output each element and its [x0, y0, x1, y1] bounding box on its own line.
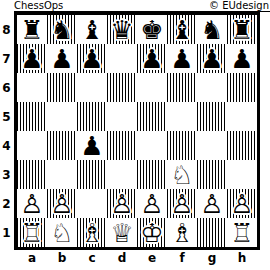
square-c8[interactable]: ♝♝	[77, 15, 107, 44]
piece-glyph: ♟	[167, 44, 197, 73]
square-d8[interactable]: ♛♛	[107, 15, 137, 44]
rank-label-2: 2	[0, 189, 13, 218]
rank-label-4: 4	[0, 131, 13, 160]
square-h5[interactable]	[227, 102, 257, 131]
square-h4[interactable]	[227, 131, 257, 160]
piece-glyph: ♜	[17, 15, 47, 44]
piece-glyph: ♙	[47, 189, 77, 218]
rank-labels: 87654321	[0, 15, 13, 247]
piece-white-pawn: ♟♙	[47, 189, 77, 218]
piece-black-rook: ♜♜	[17, 15, 47, 44]
piece-white-king: ♚♔	[137, 218, 167, 247]
square-f3[interactable]: ♞♘	[167, 160, 197, 189]
square-e6[interactable]	[137, 73, 167, 102]
square-c3[interactable]	[77, 160, 107, 189]
piece-white-knight: ♞♘	[47, 218, 77, 247]
square-d7[interactable]	[107, 44, 137, 73]
file-label-a: a	[17, 250, 47, 267]
square-e7[interactable]: ♟♟	[137, 44, 167, 73]
piece-black-rook: ♜♜	[227, 15, 257, 44]
piece-black-pawn: ♟♟	[227, 44, 257, 73]
square-c5[interactable]	[77, 102, 107, 131]
copyright-credit: © EUdesign	[209, 0, 269, 11]
square-b1[interactable]: ♞♘	[47, 218, 77, 247]
square-h3[interactable]	[227, 160, 257, 189]
square-b8[interactable]: ♞♞	[47, 15, 77, 44]
square-d2[interactable]: ♟♙	[107, 189, 137, 218]
piece-glyph: ♘	[47, 218, 77, 247]
square-f5[interactable]	[167, 102, 197, 131]
piece-glyph: ♙	[197, 189, 227, 218]
piece-glyph: ♟	[137, 44, 167, 73]
file-label-g: g	[197, 250, 227, 267]
piece-glyph: ♟	[47, 44, 77, 73]
piece-white-rook: ♜♖	[227, 218, 257, 247]
square-b7[interactable]: ♟♟	[47, 44, 77, 73]
square-g1[interactable]	[197, 218, 227, 247]
piece-glyph: ♙	[107, 189, 137, 218]
piece-black-pawn: ♟♟	[167, 44, 197, 73]
square-b3[interactable]	[47, 160, 77, 189]
piece-black-pawn: ♟♟	[77, 44, 107, 73]
square-a6[interactable]	[17, 73, 47, 102]
square-c6[interactable]	[77, 73, 107, 102]
square-a4[interactable]	[17, 131, 47, 160]
square-d4[interactable]	[107, 131, 137, 160]
piece-glyph: ♖	[17, 218, 47, 247]
square-f1[interactable]: ♝♗	[167, 218, 197, 247]
chess-board: ♜♜♞♞♝♝♛♛♚♚♝♝♞♞♜♜♟♟♟♟♟♟♟♟♟♟♟♟♟♟♟♟♞♘♟♙♟♙♟♙…	[14, 12, 260, 250]
piece-glyph: ♝	[167, 15, 197, 44]
square-a5[interactable]	[17, 102, 47, 131]
square-d6[interactable]	[107, 73, 137, 102]
piece-glyph: ♟	[227, 44, 257, 73]
piece-black-bishop: ♝♝	[167, 15, 197, 44]
square-f6[interactable]	[167, 73, 197, 102]
piece-white-knight: ♞♘	[167, 160, 197, 189]
square-g2[interactable]: ♟♙	[197, 189, 227, 218]
square-b4[interactable]	[47, 131, 77, 160]
piece-black-pawn: ♟♟	[77, 131, 107, 160]
piece-black-knight: ♞♞	[47, 15, 77, 44]
app-title: ChessOps	[14, 0, 63, 11]
square-h7[interactable]: ♟♟	[227, 44, 257, 73]
file-label-b: b	[47, 250, 77, 267]
piece-black-pawn: ♟♟	[137, 44, 167, 73]
square-h8[interactable]: ♜♜	[227, 15, 257, 44]
rank-label-6: 6	[0, 73, 13, 102]
piece-glyph: ♞	[197, 15, 227, 44]
piece-white-bishop: ♝♗	[77, 218, 107, 247]
square-c7[interactable]: ♟♟	[77, 44, 107, 73]
piece-black-knight: ♞♞	[197, 15, 227, 44]
square-h1[interactable]: ♜♖	[227, 218, 257, 247]
square-g8[interactable]: ♞♞	[197, 15, 227, 44]
piece-black-pawn: ♟♟	[17, 44, 47, 73]
file-labels: abcdefgh	[17, 250, 257, 267]
piece-glyph: ♙	[17, 189, 47, 218]
piece-glyph: ♕	[107, 218, 137, 247]
piece-white-pawn: ♟♙	[107, 189, 137, 218]
rank-label-8: 8	[0, 15, 13, 44]
square-c4[interactable]: ♟♟	[77, 131, 107, 160]
square-a8[interactable]: ♜♜	[17, 15, 47, 44]
file-label-h: h	[227, 250, 257, 267]
piece-black-king: ♚♚	[137, 15, 167, 44]
piece-white-queen: ♛♕	[107, 218, 137, 247]
square-f8[interactable]: ♝♝	[167, 15, 197, 44]
square-h6[interactable]	[227, 73, 257, 102]
square-e2[interactable]: ♟♙	[137, 189, 167, 218]
piece-black-bishop: ♝♝	[77, 15, 107, 44]
square-e1[interactable]: ♚♔	[137, 218, 167, 247]
piece-glyph: ♔	[137, 218, 167, 247]
piece-glyph: ♙	[167, 189, 197, 218]
piece-glyph: ♘	[167, 160, 197, 189]
square-e8[interactable]: ♚♚	[137, 15, 167, 44]
rank-label-1: 1	[0, 218, 13, 247]
square-c1[interactable]: ♝♗	[77, 218, 107, 247]
rank-label-5: 5	[0, 102, 13, 131]
file-label-c: c	[77, 250, 107, 267]
square-g7[interactable]: ♟♟	[197, 44, 227, 73]
piece-white-pawn: ♟♙	[17, 189, 47, 218]
square-e5[interactable]	[137, 102, 167, 131]
square-f4[interactable]	[167, 131, 197, 160]
piece-glyph: ♛	[107, 15, 137, 44]
square-a3[interactable]	[17, 160, 47, 189]
piece-glyph: ♜	[227, 15, 257, 44]
square-g4[interactable]	[197, 131, 227, 160]
chess-diagram: ChessOps © EUdesign 87654321 ♜♜♞♞♝♝♛♛♚♚♝…	[0, 0, 270, 270]
square-d1[interactable]: ♛♕	[107, 218, 137, 247]
square-h2[interactable]: ♟♙	[227, 189, 257, 218]
piece-glyph: ♗	[167, 218, 197, 247]
piece-glyph: ♞	[47, 15, 77, 44]
piece-black-queen: ♛♛	[107, 15, 137, 44]
square-f2[interactable]: ♟♙	[167, 189, 197, 218]
square-b2[interactable]: ♟♙	[47, 189, 77, 218]
rank-label-7: 7	[0, 44, 13, 73]
piece-glyph: ♗	[77, 218, 107, 247]
piece-white-pawn: ♟♙	[197, 189, 227, 218]
square-a7[interactable]: ♟♟	[17, 44, 47, 73]
file-label-f: f	[167, 250, 197, 267]
square-b6[interactable]	[47, 73, 77, 102]
piece-glyph: ♟	[77, 44, 107, 73]
square-d3[interactable]	[107, 160, 137, 189]
square-d5[interactable]	[107, 102, 137, 131]
square-g3[interactable]	[197, 160, 227, 189]
piece-glyph: ♟	[77, 131, 107, 160]
piece-glyph: ♟	[17, 44, 47, 73]
piece-white-pawn: ♟♙	[137, 189, 167, 218]
square-a1[interactable]: ♜♖	[17, 218, 47, 247]
square-f7[interactable]: ♟♟	[167, 44, 197, 73]
piece-white-pawn: ♟♙	[167, 189, 197, 218]
file-label-d: d	[107, 250, 137, 267]
piece-white-rook: ♜♖	[17, 218, 47, 247]
piece-glyph: ♚	[137, 15, 167, 44]
square-g6[interactable]	[197, 73, 227, 102]
piece-glyph: ♟	[197, 44, 227, 73]
piece-black-pawn: ♟♟	[47, 44, 77, 73]
piece-white-pawn: ♟♙	[227, 189, 257, 218]
piece-white-bishop: ♝♗	[167, 218, 197, 247]
square-c2[interactable]	[77, 189, 107, 218]
square-b5[interactable]	[47, 102, 77, 131]
rank-label-3: 3	[0, 160, 13, 189]
square-e3[interactable]	[137, 160, 167, 189]
piece-glyph: ♝	[77, 15, 107, 44]
square-e4[interactable]	[137, 131, 167, 160]
piece-glyph: ♙	[137, 189, 167, 218]
piece-black-pawn: ♟♟	[197, 44, 227, 73]
square-g5[interactable]	[197, 102, 227, 131]
header-bar: ChessOps © EUdesign	[14, 0, 270, 12]
file-label-e: e	[137, 250, 167, 267]
piece-glyph: ♙	[227, 189, 257, 218]
piece-glyph: ♖	[227, 218, 257, 247]
square-a2[interactable]: ♟♙	[17, 189, 47, 218]
